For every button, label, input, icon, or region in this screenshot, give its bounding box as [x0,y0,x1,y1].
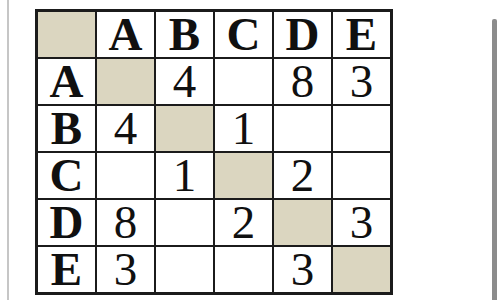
row-header-D: D [37,199,96,246]
page: ABCDEA483B41C12D823E33 [0,0,500,300]
page-left-rule [7,0,9,300]
cell-B-C: 1 [214,105,273,152]
row-header-A: A [37,58,96,105]
cell-D-A: 8 [96,199,155,246]
col-header-E: E [332,11,391,58]
cell-B-A: 4 [96,105,155,152]
row-header-C: C [37,152,96,199]
row-header-E: E [37,246,96,293]
cell-C-A [96,152,155,199]
cell-A-D: 8 [273,58,332,105]
col-header-B: B [155,11,214,58]
cell-C-E [332,152,391,199]
cell-D-C: 2 [214,199,273,246]
col-header-A: A [96,11,155,58]
cell-D-B [155,199,214,246]
distance-table: ABCDEA483B41C12D823E33 [35,9,393,295]
row-header-B: B [37,105,96,152]
cell-C-B: 1 [155,152,214,199]
cell-C-C [214,152,273,199]
cell-E-E [332,246,391,293]
cell-D-E: 3 [332,199,391,246]
cell-E-C [214,246,273,293]
cell-E-A: 3 [96,246,155,293]
cell-D-D [273,199,332,246]
cell-C-D: 2 [273,152,332,199]
col-header-C: C [214,11,273,58]
cell-E-B [155,246,214,293]
cell-A-C [214,58,273,105]
cell-B-B [155,105,214,152]
cell-B-E [332,105,391,152]
cell-B-D [273,105,332,152]
cell-A-A [96,58,155,105]
cell-A-E: 3 [332,58,391,105]
col-header-D: D [273,11,332,58]
corner-cell [37,11,96,58]
cell-E-D: 3 [273,246,332,293]
cell-A-B: 4 [155,58,214,105]
vertical-scrollbar-thumb[interactable] [492,19,497,300]
